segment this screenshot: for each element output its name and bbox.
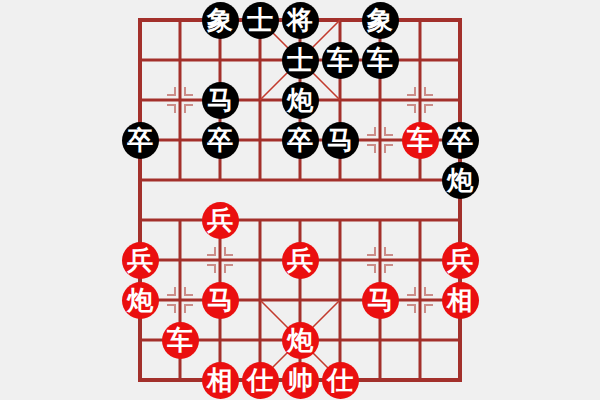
intersection-5-7[interactable]: [320, 280, 360, 320]
intersection-3-1[interactable]: [240, 40, 280, 80]
piece-black-chariot[interactable]: 车: [362, 42, 399, 79]
intersection-0-5[interactable]: [120, 200, 160, 240]
intersection-0-3[interactable]: 卒: [120, 120, 160, 160]
intersection-2-8[interactable]: [200, 320, 240, 360]
piece-red-chariot[interactable]: 车: [402, 122, 439, 159]
piece-black-soldier[interactable]: 卒: [122, 122, 159, 159]
intersection-7-1[interactable]: [400, 40, 440, 80]
intersection-0-8[interactable]: [120, 320, 160, 360]
piece-black-general[interactable]: 将: [282, 2, 319, 39]
piece-red-advisor[interactable]: 仕: [242, 362, 279, 399]
intersection-8-2[interactable]: [440, 80, 480, 120]
intersection-2-2[interactable]: 马: [200, 80, 240, 120]
intersection-7-7[interactable]: [400, 280, 440, 320]
piece-red-advisor[interactable]: 仕: [322, 362, 359, 399]
intersection-7-4[interactable]: [400, 160, 440, 200]
intersection-4-4[interactable]: [280, 160, 320, 200]
piece-red-soldier[interactable]: 兵: [282, 242, 319, 279]
intersection-0-0[interactable]: [120, 0, 160, 40]
intersection-4-8[interactable]: 炮: [280, 320, 320, 360]
intersection-6-6[interactable]: [360, 240, 400, 280]
intersection-0-9[interactable]: [120, 360, 160, 400]
piece-black-elephant[interactable]: 象: [362, 2, 399, 39]
intersection-1-7[interactable]: [160, 280, 200, 320]
piece-red-cannon[interactable]: 炮: [122, 282, 159, 319]
piece-red-soldier[interactable]: 兵: [442, 242, 479, 279]
piece-red-horse[interactable]: 马: [202, 282, 239, 319]
intersection-6-1[interactable]: 车: [360, 40, 400, 80]
intersection-1-1[interactable]: [160, 40, 200, 80]
piece-red-chariot[interactable]: 车: [162, 322, 199, 359]
intersection-7-3[interactable]: 车: [400, 120, 440, 160]
intersection-6-9[interactable]: [360, 360, 400, 400]
intersection-3-6[interactable]: [240, 240, 280, 280]
intersection-7-5[interactable]: [400, 200, 440, 240]
intersection-2-7[interactable]: 马: [200, 280, 240, 320]
piece-black-cannon[interactable]: 炮: [282, 82, 319, 119]
intersection-2-9[interactable]: 相: [200, 360, 240, 400]
intersection-1-2[interactable]: [160, 80, 200, 120]
intersection-1-4[interactable]: [160, 160, 200, 200]
intersection-8-6[interactable]: 兵: [440, 240, 480, 280]
intersection-3-8[interactable]: [240, 320, 280, 360]
piece-black-elephant[interactable]: 象: [202, 2, 239, 39]
intersection-4-1[interactable]: 士: [280, 40, 320, 80]
intersection-8-1[interactable]: [440, 40, 480, 80]
intersection-7-0[interactable]: [400, 0, 440, 40]
intersection-0-2[interactable]: [120, 80, 160, 120]
intersection-3-7[interactable]: [240, 280, 280, 320]
intersection-8-4[interactable]: 炮: [440, 160, 480, 200]
intersection-6-2[interactable]: [360, 80, 400, 120]
intersection-4-2[interactable]: 炮: [280, 80, 320, 120]
piece-black-horse[interactable]: 马: [322, 122, 359, 159]
piece-black-advisor[interactable]: 士: [282, 42, 319, 79]
intersection-2-1[interactable]: [200, 40, 240, 80]
piece-red-cannon[interactable]: 炮: [282, 322, 319, 359]
intersection-2-4[interactable]: [200, 160, 240, 200]
intersection-7-9[interactable]: [400, 360, 440, 400]
piece-black-advisor[interactable]: 士: [242, 2, 279, 39]
intersection-0-4[interactable]: [120, 160, 160, 200]
intersection-2-6[interactable]: [200, 240, 240, 280]
intersection-1-6[interactable]: [160, 240, 200, 280]
piece-red-elephant[interactable]: 相: [442, 282, 479, 319]
intersection-3-4[interactable]: [240, 160, 280, 200]
intersection-8-0[interactable]: [440, 0, 480, 40]
piece-black-soldier[interactable]: 卒: [202, 122, 239, 159]
intersection-1-8[interactable]: 车: [160, 320, 200, 360]
intersection-7-2[interactable]: [400, 80, 440, 120]
intersection-5-5[interactable]: [320, 200, 360, 240]
intersection-5-6[interactable]: [320, 240, 360, 280]
piece-black-horse[interactable]: 马: [202, 82, 239, 119]
intersection-6-3[interactable]: [360, 120, 400, 160]
intersection-1-0[interactable]: [160, 0, 200, 40]
piece-red-soldier[interactable]: 兵: [202, 202, 239, 239]
intersection-2-5[interactable]: 兵: [200, 200, 240, 240]
intersection-5-0[interactable]: [320, 0, 360, 40]
intersection-8-5[interactable]: [440, 200, 480, 240]
intersection-6-7[interactable]: 马: [360, 280, 400, 320]
xiangqi-board-screen: 象士将象士车车马炮卒卒卒马车卒炮兵兵兵兵炮马马相车炮相仕帅仕: [0, 0, 600, 400]
intersection-5-8[interactable]: [320, 320, 360, 360]
intersection-8-8[interactable]: [440, 320, 480, 360]
intersection-4-0[interactable]: 将: [280, 0, 320, 40]
intersection-3-5[interactable]: [240, 200, 280, 240]
intersection-2-3[interactable]: 卒: [200, 120, 240, 160]
intersection-4-9[interactable]: 帅: [280, 360, 320, 400]
intersection-1-9[interactable]: [160, 360, 200, 400]
intersection-4-6[interactable]: 兵: [280, 240, 320, 280]
intersection-5-3[interactable]: 马: [320, 120, 360, 160]
intersection-8-7[interactable]: 相: [440, 280, 480, 320]
intersection-0-7[interactable]: 炮: [120, 280, 160, 320]
intersection-0-1[interactable]: [120, 40, 160, 80]
intersection-3-0[interactable]: 士: [240, 0, 280, 40]
piece-red-elephant[interactable]: 相: [202, 362, 239, 399]
intersection-8-9[interactable]: [440, 360, 480, 400]
xiangqi-board: 象士将象士车车马炮卒卒卒马车卒炮兵兵兵兵炮马马相车炮相仕帅仕: [120, 0, 480, 400]
intersection-4-7[interactable]: [280, 280, 320, 320]
piece-black-soldier[interactable]: 卒: [442, 122, 479, 159]
intersection-6-4[interactable]: [360, 160, 400, 200]
intersection-6-5[interactable]: [360, 200, 400, 240]
intersection-3-3[interactable]: [240, 120, 280, 160]
intersection-5-1[interactable]: 车: [320, 40, 360, 80]
intersection-4-3[interactable]: 卒: [280, 120, 320, 160]
intersection-3-2[interactable]: [240, 80, 280, 120]
intersection-8-3[interactable]: 卒: [440, 120, 480, 160]
piece-black-soldier[interactable]: 卒: [282, 122, 319, 159]
piece-red-general[interactable]: 帅: [282, 362, 319, 399]
intersection-6-8[interactable]: [360, 320, 400, 360]
intersection-5-9[interactable]: 仕: [320, 360, 360, 400]
piece-black-cannon[interactable]: 炮: [442, 162, 479, 199]
intersection-6-0[interactable]: 象: [360, 0, 400, 40]
piece-red-soldier[interactable]: 兵: [122, 242, 159, 279]
intersection-1-5[interactable]: [160, 200, 200, 240]
intersection-3-9[interactable]: 仕: [240, 360, 280, 400]
intersection-1-3[interactable]: [160, 120, 200, 160]
intersection-2-0[interactable]: 象: [200, 0, 240, 40]
piece-red-horse[interactable]: 马: [362, 282, 399, 319]
intersection-7-8[interactable]: [400, 320, 440, 360]
piece-black-chariot[interactable]: 车: [322, 42, 359, 79]
intersection-0-6[interactable]: 兵: [120, 240, 160, 280]
intersection-5-4[interactable]: [320, 160, 360, 200]
intersection-5-2[interactable]: [320, 80, 360, 120]
intersection-4-5[interactable]: [280, 200, 320, 240]
intersection-7-6[interactable]: [400, 240, 440, 280]
